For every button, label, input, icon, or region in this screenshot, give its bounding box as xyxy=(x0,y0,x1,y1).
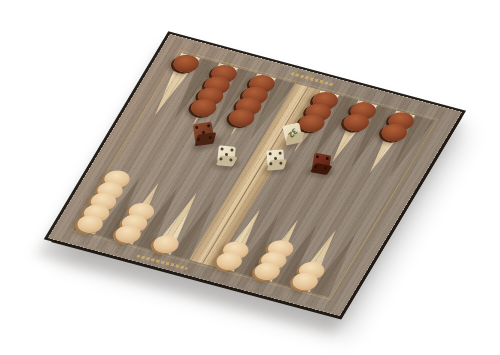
die-pip xyxy=(229,158,233,162)
doubling-cube[interactable]: 32 xyxy=(282,122,302,142)
die-pip xyxy=(269,152,272,155)
die-pip xyxy=(230,149,234,153)
checkers-layer xyxy=(170,34,462,112)
die-white-2[interactable] xyxy=(266,149,284,167)
die-pip xyxy=(325,157,329,161)
die-pip xyxy=(278,152,281,155)
product-photo-scene: 32 xyxy=(0,0,500,355)
die-pip xyxy=(197,137,201,141)
die-pip xyxy=(220,157,224,161)
die-pip xyxy=(195,126,199,130)
doubling-cube-value: 32 xyxy=(287,127,299,139)
die-pip xyxy=(208,136,212,140)
die-pip xyxy=(314,164,318,168)
die-pip xyxy=(274,157,277,160)
die-pip xyxy=(202,131,206,135)
die-pip xyxy=(269,162,272,165)
die-pip xyxy=(279,161,282,164)
die-red[interactable] xyxy=(312,153,332,173)
die-white-1[interactable] xyxy=(217,145,236,164)
die-pip xyxy=(225,153,229,157)
die-brown[interactable] xyxy=(193,122,214,143)
die-pip xyxy=(207,124,211,128)
die-pip xyxy=(316,155,320,159)
die-pip xyxy=(221,148,225,152)
die-pip xyxy=(323,166,327,170)
